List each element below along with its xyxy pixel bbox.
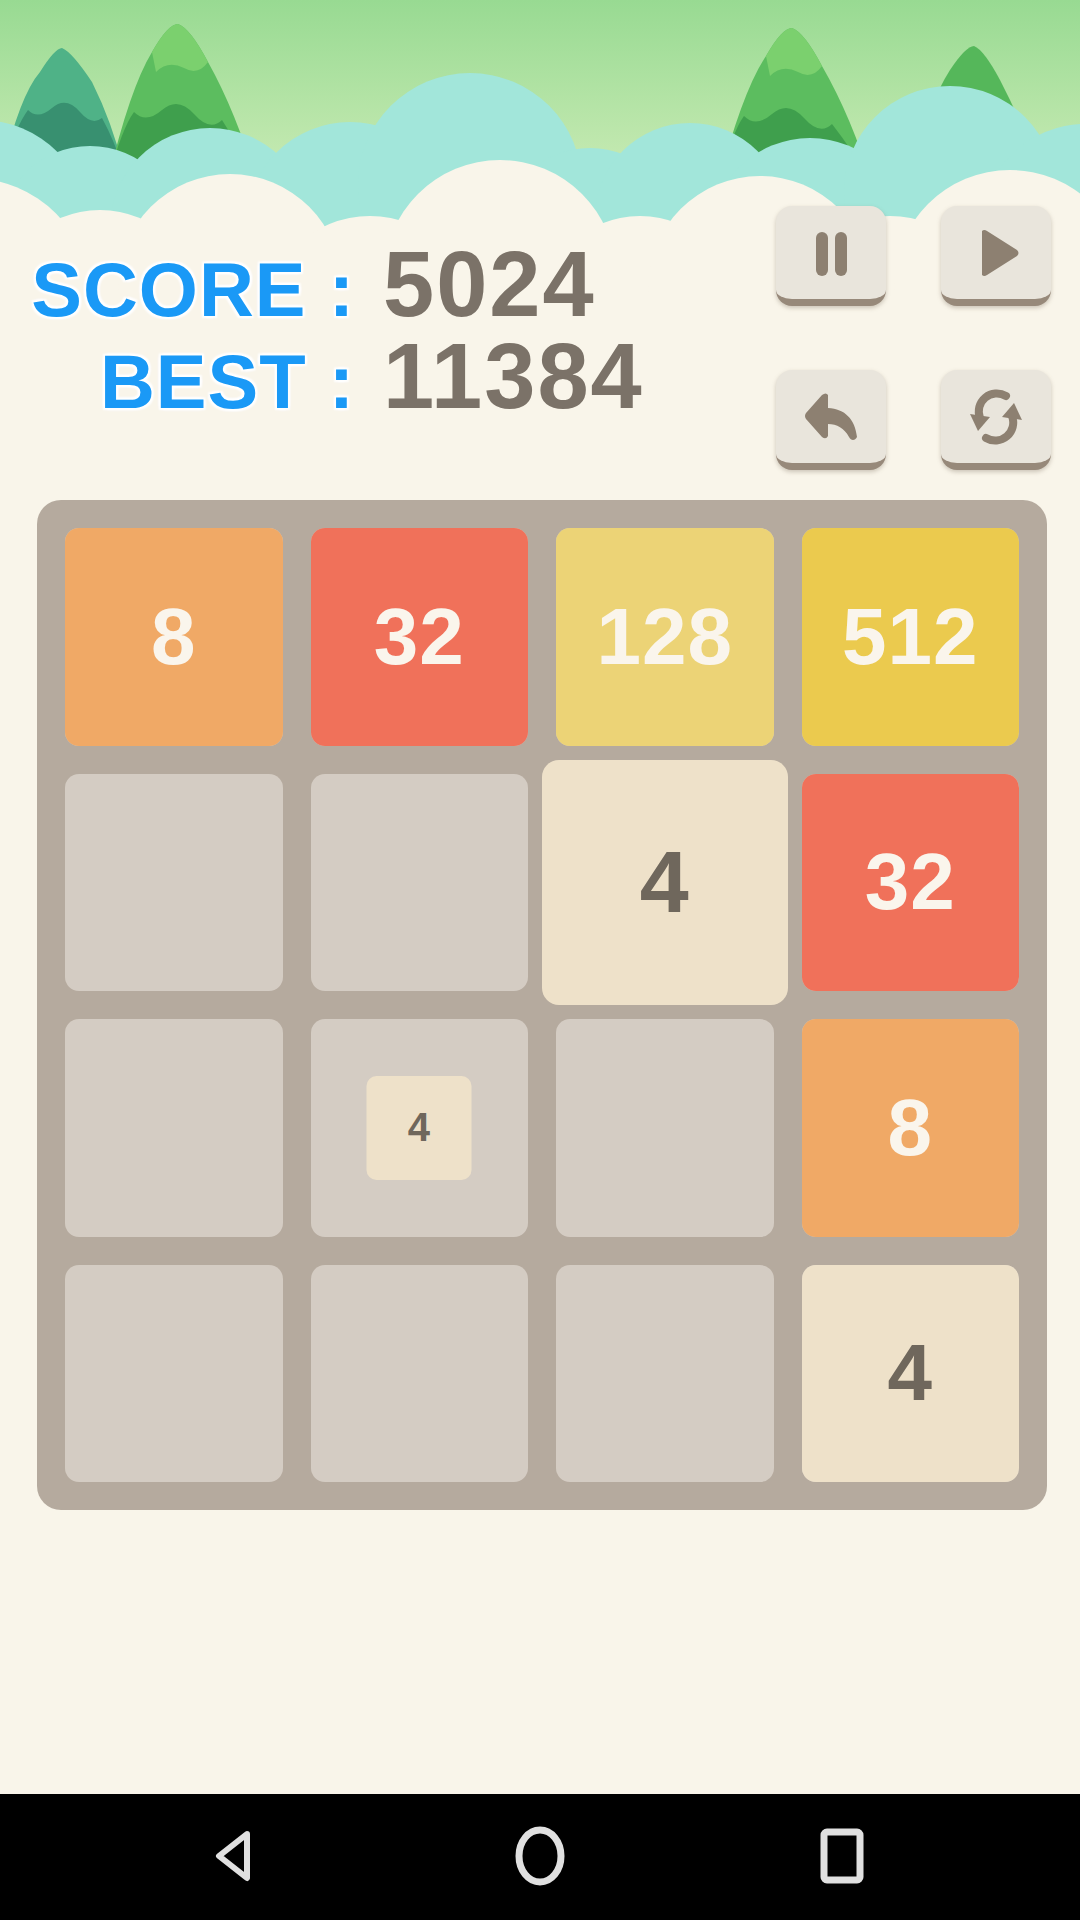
undo-arrow-icon xyxy=(795,381,867,453)
play-icon xyxy=(960,217,1032,289)
best-label: BEST : xyxy=(0,338,355,425)
refresh-icon xyxy=(960,381,1032,453)
recents-square-icon xyxy=(812,1826,872,1889)
tile-512: 512 xyxy=(802,528,1020,746)
restart-button[interactable] xyxy=(941,370,1051,470)
cell-r3c2: 4 xyxy=(311,1019,529,1237)
cell-r4c2 xyxy=(311,1265,529,1483)
play-button[interactable] xyxy=(941,206,1051,306)
tile-128: 128 xyxy=(556,528,774,746)
cell-r4c1 xyxy=(65,1265,283,1483)
back-triangle-icon xyxy=(206,1826,266,1889)
android-navbar xyxy=(0,1794,1080,1920)
tile-4: 4 xyxy=(802,1265,1020,1483)
back-button[interactable] xyxy=(156,1794,316,1920)
tile-4: 4 xyxy=(367,1076,472,1180)
recents-button[interactable] xyxy=(762,1794,922,1920)
best-value: 11384 xyxy=(383,324,644,429)
best-row: BEST : 11384 xyxy=(0,324,644,429)
pause-button[interactable] xyxy=(776,206,886,306)
score-value: 5024 xyxy=(383,232,596,337)
cell-r1c2: 32 xyxy=(311,528,529,746)
pause-icon xyxy=(795,217,867,289)
cell-r3c4: 8 xyxy=(802,1019,1020,1237)
cell-r2c3: 4 xyxy=(556,774,774,992)
tile-8: 8 xyxy=(65,528,283,746)
cell-r1c3: 128 xyxy=(556,528,774,746)
cell-r2c1 xyxy=(65,774,283,992)
undo-button[interactable] xyxy=(776,370,886,470)
tile-8: 8 xyxy=(802,1019,1020,1237)
cell-r3c3 xyxy=(556,1019,774,1237)
tile-32: 32 xyxy=(802,774,1020,992)
game-screen: SCORE : 5024 BEST : 11384 xyxy=(0,0,1080,1920)
board[interactable]: 832128512432484 xyxy=(37,500,1047,1510)
score-label: SCORE : xyxy=(0,246,355,333)
cell-r4c3 xyxy=(556,1265,774,1483)
tile-32: 32 xyxy=(311,528,529,746)
cell-r4c4: 4 xyxy=(802,1265,1020,1483)
cell-r2c2 xyxy=(311,774,529,992)
cell-r2c4: 32 xyxy=(802,774,1020,992)
cell-r3c1 xyxy=(65,1019,283,1237)
score-row: SCORE : 5024 xyxy=(0,232,596,337)
home-button[interactable] xyxy=(460,1794,620,1920)
home-circle-icon xyxy=(510,1826,570,1889)
cell-r1c4: 512 xyxy=(802,528,1020,746)
cell-r1c1: 8 xyxy=(65,528,283,746)
tile-4: 4 xyxy=(542,760,788,1006)
